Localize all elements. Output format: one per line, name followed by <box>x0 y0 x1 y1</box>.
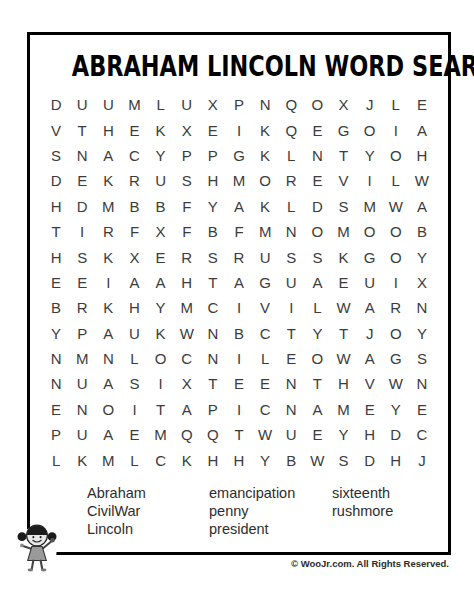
grid-cell-r9c11[interactable]: L <box>304 295 330 320</box>
grid-cell-r5c11[interactable]: D <box>304 194 330 219</box>
grid-cell-r10c10[interactable]: T <box>278 321 304 346</box>
grid-cell-r2c10[interactable]: Q <box>278 117 304 142</box>
grid-cell-r8c13[interactable]: U <box>357 270 383 295</box>
grid-cell-r2c4[interactable]: E <box>121 117 147 142</box>
grid-cell-r3c7[interactable]: P <box>200 143 226 168</box>
grid-cell-r5c12[interactable]: S <box>330 194 356 219</box>
grid-cell-r7c1[interactable]: H <box>43 244 69 269</box>
grid-cell-r3c9[interactable]: K <box>252 143 278 168</box>
grid-cell-r6c11[interactable]: O <box>304 219 330 244</box>
grid-cell-r9c10[interactable]: I <box>278 295 304 320</box>
grid-cell-r3c15[interactable]: H <box>409 143 435 168</box>
grid-cell-r9c4[interactable]: H <box>121 295 147 320</box>
word-bank-item: rushmore <box>332 502 393 520</box>
grid-cell-r14c1[interactable]: P <box>43 422 69 447</box>
grid-cell-r4c6[interactable]: S <box>174 168 200 193</box>
grid-cell-r13c4[interactable]: I <box>121 397 147 422</box>
grid-cell-r14c6[interactable]: Q <box>174 422 200 447</box>
grid-cell-r15c8[interactable]: H <box>226 447 252 472</box>
grid-cell-r1c13[interactable]: J <box>357 92 383 117</box>
grid-cell-r13c12[interactable]: M <box>330 397 356 422</box>
grid-cell-r6c9[interactable]: M <box>252 219 278 244</box>
grid-cell-r5c2[interactable]: D <box>69 194 95 219</box>
grid-cell-r15c12[interactable]: S <box>330 447 356 472</box>
grid-cell-r10c5[interactable]: K <box>148 321 174 346</box>
grid-cell-r5c7[interactable]: Y <box>200 194 226 219</box>
grid-cell-r3c10[interactable]: L <box>278 143 304 168</box>
word-bank-column-1: AbrahamCivilWarLincoln <box>87 484 209 538</box>
grid-cell-r3c11[interactable]: N <box>304 143 330 168</box>
grid-cell-r11c8[interactable]: I <box>226 346 252 371</box>
grid-cell-r3c5[interactable]: Y <box>148 143 174 168</box>
grid-cell-r15c7[interactable]: H <box>200 447 226 472</box>
grid-cell-r2c9[interactable]: K <box>252 117 278 142</box>
grid-cell-r7c12[interactable]: K <box>330 244 356 269</box>
grid-cell-r1c2[interactable]: U <box>69 92 95 117</box>
grid-cell-r6c4[interactable]: F <box>121 219 147 244</box>
grid-cell-r11c3[interactable]: N <box>95 346 121 371</box>
grid-cell-r6c6[interactable]: F <box>174 219 200 244</box>
grid-cell-r14c8[interactable]: T <box>226 422 252 447</box>
grid-cell-r10c12[interactable]: T <box>330 321 356 346</box>
grid-cell-r12c4[interactable]: S <box>121 371 147 396</box>
grid-cell-r15c15[interactable]: J <box>409 447 435 472</box>
grid-cell-r2c15[interactable]: A <box>409 117 435 142</box>
grid-cell-r1c1[interactable]: D <box>43 92 69 117</box>
puzzle-title: ABRAHAM LINCOLN WORD SEARCH <box>72 50 406 83</box>
grid-cell-r11c11[interactable]: O <box>304 346 330 371</box>
grid-cell-r1c8[interactable]: P <box>226 92 252 117</box>
grid-cell-r10c9[interactable]: C <box>252 321 278 346</box>
grid-cell-r11c15[interactable]: S <box>409 346 435 371</box>
grid-cell-r15c4[interactable]: L <box>121 447 147 472</box>
grid-cell-r14c13[interactable]: H <box>357 422 383 447</box>
grid-cell-r10c1[interactable]: Y <box>43 321 69 346</box>
grid-cell-r4c9[interactable]: O <box>252 168 278 193</box>
grid-cell-r4c7[interactable]: H <box>200 168 226 193</box>
grid-cell-r3c1[interactable]: S <box>43 143 69 168</box>
grid-cell-r15c1[interactable]: L <box>43 447 69 472</box>
grid-cell-r9c14[interactable]: R <box>383 295 409 320</box>
grid-cell-r1c6[interactable]: U <box>174 92 200 117</box>
grid-cell-r6c1[interactable]: T <box>43 219 69 244</box>
grid-cell-r4c4[interactable]: R <box>121 168 147 193</box>
grid-cell-r15c9[interactable]: Y <box>252 447 278 472</box>
grid-cell-r13c3[interactable]: O <box>95 397 121 422</box>
grid-cell-r5c3[interactable]: M <box>95 194 121 219</box>
grid-cell-r8c5[interactable]: A <box>148 270 174 295</box>
grid-cell-r4c11[interactable]: E <box>304 168 330 193</box>
word-bank-item: sixteenth <box>332 484 393 502</box>
grid-cell-r1c10[interactable]: Q <box>278 92 304 117</box>
word-bank-item: president <box>209 520 332 538</box>
grid-cell-r9c15[interactable]: N <box>409 295 435 320</box>
grid-cell-r13c6[interactable]: A <box>174 397 200 422</box>
grid-cell-r12c12[interactable]: H <box>330 371 356 396</box>
grid-cell-r8c11[interactable]: A <box>304 270 330 295</box>
grid-cell-r2c12[interactable]: G <box>330 117 356 142</box>
grid-cell-r6c7[interactable]: B <box>200 219 226 244</box>
grid-cell-r12c13[interactable]: V <box>357 371 383 396</box>
grid-cell-r6c2[interactable]: I <box>69 219 95 244</box>
grid-cell-r11c9[interactable]: L <box>252 346 278 371</box>
grid-cell-r5c8[interactable]: A <box>226 194 252 219</box>
grid-cell-r1c4[interactable]: M <box>121 92 147 117</box>
grid-cell-r12c11[interactable]: T <box>304 371 330 396</box>
grid-cell-r8c1[interactable]: E <box>43 270 69 295</box>
puzzle-frame: ABRAHAM LINCOLN WORD SEARCH DUUMLUXPNQOX… <box>27 32 451 555</box>
grid-cell-r8c4[interactable]: A <box>121 270 147 295</box>
grid-cell-r6c12[interactable]: M <box>330 219 356 244</box>
word-bank-item: emancipation <box>209 484 332 502</box>
grid-cell-r12c9[interactable]: E <box>252 371 278 396</box>
grid-cell-r3c14[interactable]: O <box>383 143 409 168</box>
grid-cell-r13c8[interactable]: I <box>226 397 252 422</box>
grid-cell-r14c3[interactable]: A <box>95 422 121 447</box>
grid-cell-r1c11[interactable]: O <box>304 92 330 117</box>
grid-cell-r2c5[interactable]: K <box>148 117 174 142</box>
grid-cell-r13c14[interactable]: Y <box>383 397 409 422</box>
grid-cell-r10c4[interactable]: U <box>121 321 147 346</box>
grid-cell-r6c13[interactable]: O <box>357 219 383 244</box>
grid-cell-r8c3[interactable]: I <box>95 270 121 295</box>
grid-cell-r10c15[interactable]: Y <box>409 321 435 346</box>
grid-cell-r13c15[interactable]: E <box>409 397 435 422</box>
grid-cell-r13c7[interactable]: P <box>200 397 226 422</box>
grid-cell-r10c13[interactable]: J <box>357 321 383 346</box>
grid-cell-r6c14[interactable]: O <box>383 219 409 244</box>
grid-cell-r9c2[interactable]: R <box>69 295 95 320</box>
grid-cell-r2c6[interactable]: X <box>174 117 200 142</box>
grid-cell-r12c1[interactable]: N <box>43 371 69 396</box>
grid-cell-r15c10[interactable]: B <box>278 447 304 472</box>
grid-cell-r8c15[interactable]: X <box>409 270 435 295</box>
grid-cell-r11c10[interactable]: E <box>278 346 304 371</box>
grid-cell-r11c5[interactable]: O <box>148 346 174 371</box>
grid-cell-r12c5[interactable]: I <box>148 371 174 396</box>
grid-cell-r10c3[interactable]: A <box>95 321 121 346</box>
grid-cell-r9c1[interactable]: B <box>43 295 69 320</box>
grid-cell-r13c10[interactable]: N <box>278 397 304 422</box>
grid-cell-r1c12[interactable]: X <box>330 92 356 117</box>
grid-cell-r9c9[interactable]: V <box>252 295 278 320</box>
word-bank-column-3: sixteenthrushmore <box>332 484 393 538</box>
grid-cell-r4c1[interactable]: D <box>43 168 69 193</box>
grid-cell-r15c6[interactable]: K <box>174 447 200 472</box>
grid-cell-r13c9[interactable]: C <box>252 397 278 422</box>
grid-cell-r6c8[interactable]: F <box>226 219 252 244</box>
copyright-text: © WooJr.com. All Rights Reserved. <box>291 558 449 569</box>
grid-cell-r7c8[interactable]: R <box>226 244 252 269</box>
word-bank-column-2: emancipationpennypresident <box>209 484 332 538</box>
grid-cell-r10c14[interactable]: O <box>383 321 409 346</box>
grid-cell-r2c14[interactable]: I <box>383 117 409 142</box>
word-bank-item: CivilWar <box>87 502 209 520</box>
grid-cell-r1c9[interactable]: N <box>252 92 278 117</box>
grid-cell-r7c6[interactable]: R <box>174 244 200 269</box>
grid-cell-r8c14[interactable]: I <box>383 270 409 295</box>
grid-cell-r12c14[interactable]: W <box>383 371 409 396</box>
grid-cell-r7c7[interactable]: S <box>200 244 226 269</box>
grid-cell-r10c7[interactable]: N <box>200 321 226 346</box>
grid-cell-r14c4[interactable]: E <box>121 422 147 447</box>
grid-cell-r14c10[interactable]: U <box>278 422 304 447</box>
grid-cell-r1c15[interactable]: E <box>409 92 435 117</box>
grid-cell-r12c6[interactable]: X <box>174 371 200 396</box>
grid-cell-r1c14[interactable]: L <box>383 92 409 117</box>
grid-cell-r11c7[interactable]: N <box>200 346 226 371</box>
grid-cell-r3c3[interactable]: A <box>95 143 121 168</box>
grid-cell-r8c7[interactable]: T <box>200 270 226 295</box>
grid-cell-r14c7[interactable]: Q <box>200 422 226 447</box>
grid-cell-r8c6[interactable]: H <box>174 270 200 295</box>
grid-cell-r4c5[interactable]: U <box>148 168 174 193</box>
grid-cell-r11c1[interactable]: N <box>43 346 69 371</box>
grid-cell-r9c6[interactable]: M <box>174 295 200 320</box>
grid-cell-r8c9[interactable]: G <box>252 270 278 295</box>
grid-cell-r1c5[interactable]: L <box>148 92 174 117</box>
grid-cell-r1c7[interactable]: X <box>200 92 226 117</box>
grid-cell-r7c9[interactable]: U <box>252 244 278 269</box>
grid-cell-r15c13[interactable]: D <box>357 447 383 472</box>
grid-cell-r3c12[interactable]: T <box>330 143 356 168</box>
grid-cell-r2c13[interactable]: O <box>357 117 383 142</box>
grid-cell-r13c5[interactable]: T <box>148 397 174 422</box>
grid-cell-r11c6[interactable]: C <box>174 346 200 371</box>
grid-cell-r6c3[interactable]: R <box>95 219 121 244</box>
grid-cell-r1c3[interactable]: U <box>95 92 121 117</box>
grid-cell-r3c2[interactable]: N <box>69 143 95 168</box>
grid-cell-r5c6[interactable]: F <box>174 194 200 219</box>
grid-cell-r4c12[interactable]: V <box>330 168 356 193</box>
grid-cell-r2c11[interactable]: E <box>304 117 330 142</box>
grid-cell-r14c2[interactable]: U <box>69 422 95 447</box>
grid-cell-r7c14[interactable]: O <box>383 244 409 269</box>
grid-cell-r7c3[interactable]: K <box>95 244 121 269</box>
grid-cell-r12c2[interactable]: U <box>69 371 95 396</box>
grid-cell-r3c8[interactable]: G <box>226 143 252 168</box>
grid-cell-r3c4[interactable]: C <box>121 143 147 168</box>
word-bank-item: Lincoln <box>87 520 209 538</box>
grid-cell-r5c15[interactable]: A <box>409 194 435 219</box>
grid-cell-r14c5[interactable]: M <box>148 422 174 447</box>
grid-cell-r11c13[interactable]: A <box>357 346 383 371</box>
grid-cell-r5c14[interactable]: W <box>383 194 409 219</box>
grid-cell-r15c11[interactable]: W <box>304 447 330 472</box>
grid-cell-r3c13[interactable]: Y <box>357 143 383 168</box>
grid-cell-r9c8[interactable]: I <box>226 295 252 320</box>
grid-cell-r12c15[interactable]: N <box>409 371 435 396</box>
grid-cell-r4c13[interactable]: I <box>357 168 383 193</box>
grid-cell-r15c2[interactable]: K <box>69 447 95 472</box>
grid-cell-r2c1[interactable]: V <box>43 117 69 142</box>
grid-cell-r14c15[interactable]: C <box>409 422 435 447</box>
grid-cell-r5c10[interactable]: L <box>278 194 304 219</box>
letter-grid: DUUMLUXPNQOXJLEVTHEKXEIKQEGOIASNACYPPGKL… <box>43 92 435 473</box>
grid-cell-r4c8[interactable]: M <box>226 168 252 193</box>
word-bank-item: Abraham <box>87 484 209 502</box>
grid-cell-r2c7[interactable]: E <box>200 117 226 142</box>
grid-cell-r5c9[interactable]: K <box>252 194 278 219</box>
grid-cell-r14c12[interactable]: Y <box>330 422 356 447</box>
grid-cell-r10c8[interactable]: B <box>226 321 252 346</box>
grid-cell-r2c3[interactable]: H <box>95 117 121 142</box>
grid-cell-r7c10[interactable]: S <box>278 244 304 269</box>
grid-cell-r10c11[interactable]: Y <box>304 321 330 346</box>
grid-cell-r7c15[interactable]: Y <box>409 244 435 269</box>
grid-cell-r11c4[interactable]: L <box>121 346 147 371</box>
grid-cell-r7c11[interactable]: S <box>304 244 330 269</box>
grid-cell-r4c14[interactable]: L <box>383 168 409 193</box>
grid-cell-r12c10[interactable]: N <box>278 371 304 396</box>
grid-cell-r12c3[interactable]: A <box>95 371 121 396</box>
grid-cell-r15c3[interactable]: M <box>95 447 121 472</box>
grid-cell-r5c1[interactable]: H <box>43 194 69 219</box>
grid-cell-r8c2[interactable]: E <box>69 270 95 295</box>
grid-cell-r15c5[interactable]: C <box>148 447 174 472</box>
grid-cell-r2c8[interactable]: I <box>226 117 252 142</box>
grid-cell-r11c14[interactable]: G <box>383 346 409 371</box>
grid-cell-r8c10[interactable]: U <box>278 270 304 295</box>
grid-cell-r6c5[interactable]: X <box>148 219 174 244</box>
grid-cell-r2c2[interactable]: T <box>69 117 95 142</box>
grid-cell-r3c6[interactable]: P <box>174 143 200 168</box>
grid-cell-r13c11[interactable]: A <box>304 397 330 422</box>
grid-cell-r13c13[interactable]: E <box>357 397 383 422</box>
grid-cell-r11c12[interactable]: W <box>330 346 356 371</box>
grid-cell-r4c10[interactable]: R <box>278 168 304 193</box>
grid-cell-r9c13[interactable]: A <box>357 295 383 320</box>
grid-cell-r5c4[interactable]: B <box>121 194 147 219</box>
grid-cell-r14c14[interactable]: D <box>383 422 409 447</box>
grid-cell-r14c11[interactable]: E <box>304 422 330 447</box>
grid-cell-r14c9[interactable]: W <box>252 422 278 447</box>
word-bank: AbrahamCivilWarLincolnemancipationpennyp… <box>87 484 438 538</box>
grid-cell-r15c14[interactable]: H <box>383 447 409 472</box>
grid-cell-r13c1[interactable]: E <box>43 397 69 422</box>
grid-cell-r4c3[interactable]: K <box>95 168 121 193</box>
grid-cell-r11c2[interactable]: M <box>69 346 95 371</box>
grid-cell-r6c10[interactable]: N <box>278 219 304 244</box>
grid-cell-r12c8[interactable]: E <box>226 371 252 396</box>
grid-cell-r5c13[interactable]: M <box>357 194 383 219</box>
grid-cell-r13c2[interactable]: N <box>69 397 95 422</box>
grid-cell-r7c2[interactable]: S <box>69 244 95 269</box>
grid-cell-r7c4[interactable]: X <box>121 244 147 269</box>
grid-cell-r4c15[interactable]: W <box>409 168 435 193</box>
grid-cell-r5c5[interactable]: B <box>148 194 174 219</box>
word-bank-item: penny <box>209 502 332 520</box>
grid-cell-r7c13[interactable]: G <box>357 244 383 269</box>
grid-cell-r9c3[interactable]: K <box>95 295 121 320</box>
mascot-illustration <box>15 519 59 575</box>
grid-cell-r9c5[interactable]: Y <box>148 295 174 320</box>
grid-cell-r10c2[interactable]: P <box>69 321 95 346</box>
grid-cell-r8c12[interactable]: E <box>330 270 356 295</box>
grid-cell-r4c2[interactable]: E <box>69 168 95 193</box>
grid-cell-r9c12[interactable]: W <box>330 295 356 320</box>
grid-cell-r6c15[interactable]: B <box>409 219 435 244</box>
grid-cell-r10c6[interactable]: W <box>174 321 200 346</box>
grid-cell-r7c5[interactable]: E <box>148 244 174 269</box>
grid-cell-r12c7[interactable]: T <box>200 371 226 396</box>
grid-cell-r8c8[interactable]: A <box>226 270 252 295</box>
grid-cell-r9c7[interactable]: C <box>200 295 226 320</box>
